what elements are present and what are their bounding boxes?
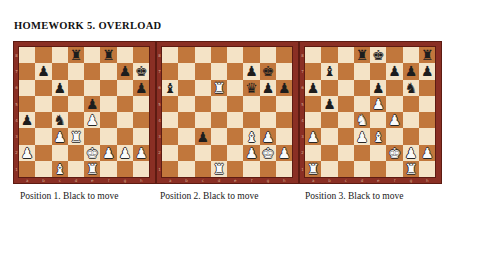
- piece-white-bishop: ♝: [372, 130, 385, 144]
- square-h6: ♟: [276, 80, 292, 96]
- square-e7: [370, 63, 386, 79]
- square-g4: [403, 112, 419, 128]
- caption-position-3: Position 3. Black to move: [305, 191, 403, 201]
- square-f1: [243, 161, 259, 177]
- square-f5: [386, 96, 402, 112]
- piece-black-pawn: ♟: [245, 64, 258, 78]
- square-e4: ♟: [84, 112, 100, 128]
- square-e2: [227, 145, 243, 161]
- square-a5: [162, 96, 178, 112]
- piece-white-pawn: ♟: [307, 130, 320, 144]
- square-e6: [84, 80, 100, 96]
- piece-white-rook: ♜: [405, 162, 418, 176]
- square-f2: ♚: [386, 145, 402, 161]
- piece-black-bishop: ♝: [323, 64, 336, 78]
- square-f1: [386, 161, 402, 177]
- piece-white-pawn: ♟: [262, 130, 275, 144]
- square-d3: ♜: [68, 128, 84, 144]
- piece-white-rook: ♜: [307, 162, 320, 176]
- square-h4: [276, 112, 292, 128]
- square-f6: [100, 80, 116, 96]
- square-b6: [321, 80, 337, 96]
- coordinate-label: b: [178, 178, 194, 183]
- square-e7: [227, 63, 243, 79]
- square-a4: [305, 112, 321, 128]
- square-b1: [35, 161, 51, 177]
- square-c7: [52, 63, 68, 79]
- square-c1: [338, 161, 354, 177]
- file-labels-board-3: abcdefgh: [305, 178, 435, 183]
- piece-black-pawn: ♟: [86, 97, 99, 111]
- piece-white-pawn: ♟: [21, 146, 34, 160]
- coordinate-label: g: [117, 178, 133, 183]
- coordinate-label: a: [305, 178, 321, 183]
- square-b5: [35, 96, 51, 112]
- square-f6: [386, 80, 402, 96]
- piece-white-pawn: ♟: [119, 146, 132, 160]
- square-d2: [211, 145, 227, 161]
- square-d4: [68, 112, 84, 128]
- piece-white-rook: ♜: [213, 81, 226, 95]
- square-b7: ♝: [321, 63, 337, 79]
- square-e6: [227, 80, 243, 96]
- square-h7: ♟: [419, 63, 435, 79]
- square-c5: [52, 96, 68, 112]
- square-g1: [117, 161, 133, 177]
- square-f3: [100, 128, 116, 144]
- square-b6: [35, 80, 51, 96]
- square-e3: ♝: [370, 128, 386, 144]
- square-a3: [19, 128, 35, 144]
- square-h3: [419, 128, 435, 144]
- homework-page: HOMEWORK 5. OVERLOAD 87654321 abcdefgh ♜…: [0, 0, 500, 262]
- square-g4: [117, 112, 133, 128]
- piece-black-pawn: ♟: [278, 81, 291, 95]
- square-b4: [321, 112, 337, 128]
- square-b3: [321, 128, 337, 144]
- square-g6: [117, 80, 133, 96]
- square-c3: [338, 128, 354, 144]
- square-a4: [162, 112, 178, 128]
- coordinate-label: a: [162, 178, 178, 183]
- piece-black-rook: ♜: [102, 48, 115, 62]
- caption-position-2: Position 2. Black to move: [160, 191, 258, 201]
- square-h3: [276, 128, 292, 144]
- square-d1: [68, 161, 84, 177]
- square-g3: ♟: [260, 128, 276, 144]
- coordinate-label: e: [227, 178, 243, 183]
- square-a1: [19, 161, 35, 177]
- square-f7: ♟: [386, 63, 402, 79]
- square-g8: [117, 47, 133, 63]
- square-h1: [419, 161, 435, 177]
- square-e8: ♚: [370, 47, 386, 63]
- square-a4: ♟: [19, 112, 35, 128]
- square-h2: ♟: [419, 145, 435, 161]
- square-f7: ♟: [243, 63, 259, 79]
- square-a1: [162, 161, 178, 177]
- square-g5: [403, 96, 419, 112]
- piece-white-pawn: ♟: [135, 146, 148, 160]
- square-g3: [117, 128, 133, 144]
- square-d1: [354, 161, 370, 177]
- piece-black-rook: ♜: [70, 48, 83, 62]
- square-d7: [354, 63, 370, 79]
- square-c8: [195, 47, 211, 63]
- square-a6: ♝: [162, 80, 178, 96]
- square-e7: [84, 63, 100, 79]
- square-e3: [84, 128, 100, 144]
- square-d1: ♜: [211, 161, 227, 177]
- square-g3: [403, 128, 419, 144]
- square-c8: [52, 47, 68, 63]
- square-b5: ♟: [321, 96, 337, 112]
- square-f8: [386, 47, 402, 63]
- chess-board-3: ♜♚♜♝♟♟♟♟♟♞♟♟♞♟♟♟♝♚♟♟♜♜: [305, 47, 435, 177]
- square-g1: [260, 161, 276, 177]
- piece-black-pawn: ♟: [37, 64, 50, 78]
- square-c6: ♟: [52, 80, 68, 96]
- square-b2: [35, 145, 51, 161]
- piece-black-pawn: ♟: [262, 81, 275, 95]
- piece-white-rook: ♜: [86, 162, 99, 176]
- square-b8: [178, 47, 194, 63]
- piece-black-knight: ♞: [405, 81, 418, 95]
- square-c7: [195, 63, 211, 79]
- square-c7: [338, 63, 354, 79]
- square-d4: ♞: [354, 112, 370, 128]
- square-e8: [227, 47, 243, 63]
- square-d5: [68, 96, 84, 112]
- piece-white-pawn: ♟: [53, 130, 66, 144]
- square-h4: [133, 112, 149, 128]
- square-e3: [227, 128, 243, 144]
- square-c2: [195, 145, 211, 161]
- coordinate-label: h: [133, 178, 149, 183]
- coordinate-label: b: [321, 178, 337, 183]
- square-f7: [100, 63, 116, 79]
- square-f4: [243, 112, 259, 128]
- coordinate-label: f: [386, 178, 402, 183]
- square-e5: [227, 96, 243, 112]
- square-e5: ♟: [370, 96, 386, 112]
- square-g5: [260, 96, 276, 112]
- square-f5: [243, 96, 259, 112]
- square-h8: [133, 47, 149, 63]
- square-b2: [321, 145, 337, 161]
- square-d7: [211, 63, 227, 79]
- square-a8: [305, 47, 321, 63]
- piece-white-pawn: ♟: [102, 146, 115, 160]
- square-f3: ♝: [243, 128, 259, 144]
- piece-white-pawn: ♟: [86, 113, 99, 127]
- square-h7: ♚: [133, 63, 149, 79]
- piece-white-pawn: ♟: [245, 146, 258, 160]
- square-h2: ♟: [133, 145, 149, 161]
- coordinate-label: g: [260, 178, 276, 183]
- piece-black-rook: ♜: [421, 48, 434, 62]
- square-g5: [117, 96, 133, 112]
- piece-black-pawn: ♟: [53, 81, 66, 95]
- square-e1: ♜: [84, 161, 100, 177]
- file-labels-board-2: abcdefgh: [162, 178, 292, 183]
- coordinate-label: c: [338, 178, 354, 183]
- piece-white-king: ♚: [262, 146, 275, 160]
- square-d6: ♜: [211, 80, 227, 96]
- piece-white-pawn: ♟: [356, 130, 369, 144]
- square-d8: ♜: [68, 47, 84, 63]
- square-h4: [419, 112, 435, 128]
- coordinate-label: h: [276, 178, 292, 183]
- square-c5: [195, 96, 211, 112]
- square-a6: [19, 80, 35, 96]
- square-b7: [178, 63, 194, 79]
- square-a7: [19, 63, 35, 79]
- chess-board-2: ♟♚♝♜♛♟♟♟♝♟♟♚♟♜: [162, 47, 292, 177]
- square-c2: [52, 145, 68, 161]
- square-a2: [162, 145, 178, 161]
- square-g2: ♟: [117, 145, 133, 161]
- square-d5: [354, 96, 370, 112]
- coordinate-label: f: [243, 178, 259, 183]
- square-b8: [35, 47, 51, 63]
- piece-black-king: ♚: [372, 48, 385, 62]
- square-c1: ♝: [52, 161, 68, 177]
- square-d5: [211, 96, 227, 112]
- square-c8: [338, 47, 354, 63]
- coordinate-label: c: [195, 178, 211, 183]
- square-e2: [370, 145, 386, 161]
- square-b4: [35, 112, 51, 128]
- square-f5: [100, 96, 116, 112]
- coordinate-label: d: [211, 178, 227, 183]
- square-a6: ♟: [305, 80, 321, 96]
- square-a7: [162, 63, 178, 79]
- coordinate-label: g: [403, 178, 419, 183]
- square-h2: ♟: [276, 145, 292, 161]
- square-c2: [338, 145, 354, 161]
- page-title: HOMEWORK 5. OVERLOAD: [14, 20, 161, 31]
- chess-board-1: ♜♜♟♟♚♟♟♟♟♞♟♟♜♟♚♟♟♟♝♜: [19, 47, 149, 177]
- square-a5: [19, 96, 35, 112]
- piece-white-pawn: ♟: [372, 97, 385, 111]
- square-b1: [321, 161, 337, 177]
- square-e1: [370, 161, 386, 177]
- coordinate-label: d: [68, 178, 84, 183]
- square-g4: [260, 112, 276, 128]
- square-e1: [227, 161, 243, 177]
- piece-black-pawn: ♟: [421, 64, 434, 78]
- square-c3: ♟: [52, 128, 68, 144]
- square-e2: ♚: [84, 145, 100, 161]
- square-d6: [354, 80, 370, 96]
- coordinate-label: c: [52, 178, 68, 183]
- square-d8: ♜: [354, 47, 370, 63]
- piece-white-bishop: ♝: [245, 130, 258, 144]
- coordinate-label: a: [19, 178, 35, 183]
- piece-black-king: ♚: [262, 64, 275, 78]
- square-e5: ♟: [84, 96, 100, 112]
- coordinate-label: e: [370, 178, 386, 183]
- square-b5: [178, 96, 194, 112]
- piece-black-pawn: ♟: [196, 130, 209, 144]
- square-a1: ♜: [305, 161, 321, 177]
- square-f4: [100, 112, 116, 128]
- square-a2: ♟: [19, 145, 35, 161]
- square-d7: [68, 63, 84, 79]
- square-h8: [276, 47, 292, 63]
- square-h5: [133, 96, 149, 112]
- file-labels-board-1: abcdefgh: [19, 178, 149, 183]
- square-h5: [419, 96, 435, 112]
- piece-black-bishop: ♝: [164, 81, 177, 95]
- square-c4: ♞: [52, 112, 68, 128]
- square-f4: ♟: [386, 112, 402, 128]
- piece-black-rook: ♜: [356, 48, 369, 62]
- piece-black-pawn: ♟: [323, 97, 336, 111]
- square-a8: [162, 47, 178, 63]
- coordinate-label: h: [419, 178, 435, 183]
- piece-white-rook: ♜: [70, 130, 83, 144]
- square-g7: ♟: [117, 63, 133, 79]
- square-a2: [305, 145, 321, 161]
- square-g8: [260, 47, 276, 63]
- piece-white-rook: ♜: [213, 162, 226, 176]
- coordinate-label: e: [84, 178, 100, 183]
- square-c5: [338, 96, 354, 112]
- piece-white-pawn: ♟: [388, 113, 401, 127]
- piece-black-queen: ♛: [245, 81, 258, 95]
- piece-white-pawn: ♟: [405, 146, 418, 160]
- square-h6: [419, 80, 435, 96]
- square-d2: [68, 145, 84, 161]
- coordinate-label: f: [100, 178, 116, 183]
- square-g2: ♚: [260, 145, 276, 161]
- chess-board-3-frame: 87654321 abcdefgh ♜♚♜♝♟♟♟♟♟♞♟♟♞♟♟♟♝♚♟♟♜♜: [300, 42, 441, 183]
- square-b3: [178, 128, 194, 144]
- square-f3: [386, 128, 402, 144]
- square-d2: [354, 145, 370, 161]
- square-c4: [338, 112, 354, 128]
- square-h5: [276, 96, 292, 112]
- square-a3: [162, 128, 178, 144]
- square-g8: [403, 47, 419, 63]
- square-b3: [35, 128, 51, 144]
- square-e4: [370, 112, 386, 128]
- square-a7: [305, 63, 321, 79]
- piece-black-knight: ♞: [53, 113, 66, 127]
- square-c3: ♟: [195, 128, 211, 144]
- coordinate-label: b: [35, 178, 51, 183]
- square-b7: ♟: [35, 63, 51, 79]
- square-b2: [178, 145, 194, 161]
- piece-black-pawn: ♟: [388, 64, 401, 78]
- square-d6: [68, 80, 84, 96]
- square-g2: ♟: [403, 145, 419, 161]
- piece-white-bishop: ♝: [53, 162, 66, 176]
- square-b8: [321, 47, 337, 63]
- piece-black-pawn: ♟: [119, 64, 132, 78]
- square-b4: [178, 112, 194, 128]
- square-b1: [178, 161, 194, 177]
- piece-black-pawn: ♟: [135, 81, 148, 95]
- square-a5: [305, 96, 321, 112]
- piece-black-king: ♚: [135, 64, 148, 78]
- square-a8: [19, 47, 35, 63]
- caption-position-1: Position 1. Black to move: [20, 191, 118, 201]
- piece-white-knight: ♞: [356, 113, 369, 127]
- square-e6: ♟: [370, 80, 386, 96]
- square-d4: [211, 112, 227, 128]
- square-g7: ♟: [403, 63, 419, 79]
- square-a3: ♟: [305, 128, 321, 144]
- square-g6: ♟: [260, 80, 276, 96]
- square-d8: [211, 47, 227, 63]
- piece-white-king: ♚: [388, 146, 401, 160]
- square-g6: ♞: [403, 80, 419, 96]
- square-h1: [276, 161, 292, 177]
- square-h3: [133, 128, 149, 144]
- square-g7: ♚: [260, 63, 276, 79]
- square-h1: [133, 161, 149, 177]
- square-f2: ♟: [100, 145, 116, 161]
- square-f1: [100, 161, 116, 177]
- square-f2: ♟: [243, 145, 259, 161]
- square-d3: ♟: [354, 128, 370, 144]
- chess-board-2-frame: 87654321 abcdefgh ♟♚♝♜♛♟♟♟♝♟♟♚♟♜: [157, 42, 298, 183]
- square-d3: [211, 128, 227, 144]
- piece-black-pawn: ♟: [372, 81, 385, 95]
- square-c6: [195, 80, 211, 96]
- square-c1: [195, 161, 211, 177]
- piece-white-pawn: ♟: [421, 146, 434, 160]
- square-b6: [178, 80, 194, 96]
- square-f6: ♛: [243, 80, 259, 96]
- piece-black-pawn: ♟: [21, 113, 34, 127]
- square-f8: [243, 47, 259, 63]
- square-c6: [338, 80, 354, 96]
- square-h7: [276, 63, 292, 79]
- square-g1: ♜: [403, 161, 419, 177]
- square-h6: ♟: [133, 80, 149, 96]
- chess-board-1-frame: 87654321 abcdefgh ♜♜♟♟♚♟♟♟♟♞♟♟♜♟♚♟♟♟♝♜: [14, 42, 155, 183]
- square-h8: ♜: [419, 47, 435, 63]
- piece-white-king: ♚: [86, 146, 99, 160]
- square-f8: ♜: [100, 47, 116, 63]
- piece-black-pawn: ♟: [405, 64, 418, 78]
- square-c4: [195, 112, 211, 128]
- coordinate-label: d: [354, 178, 370, 183]
- square-e8: [84, 47, 100, 63]
- piece-white-pawn: ♟: [278, 146, 291, 160]
- piece-black-pawn: ♟: [307, 81, 320, 95]
- square-e4: [227, 112, 243, 128]
